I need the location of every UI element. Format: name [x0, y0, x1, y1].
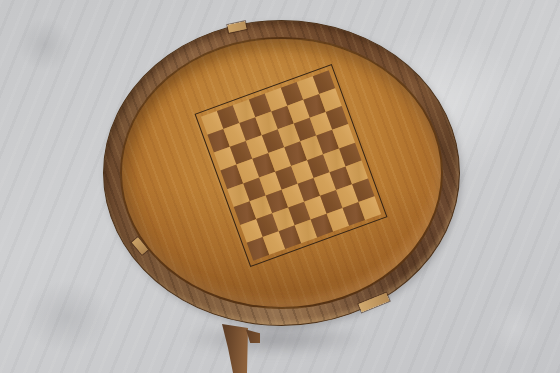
photo: [0, 0, 560, 373]
